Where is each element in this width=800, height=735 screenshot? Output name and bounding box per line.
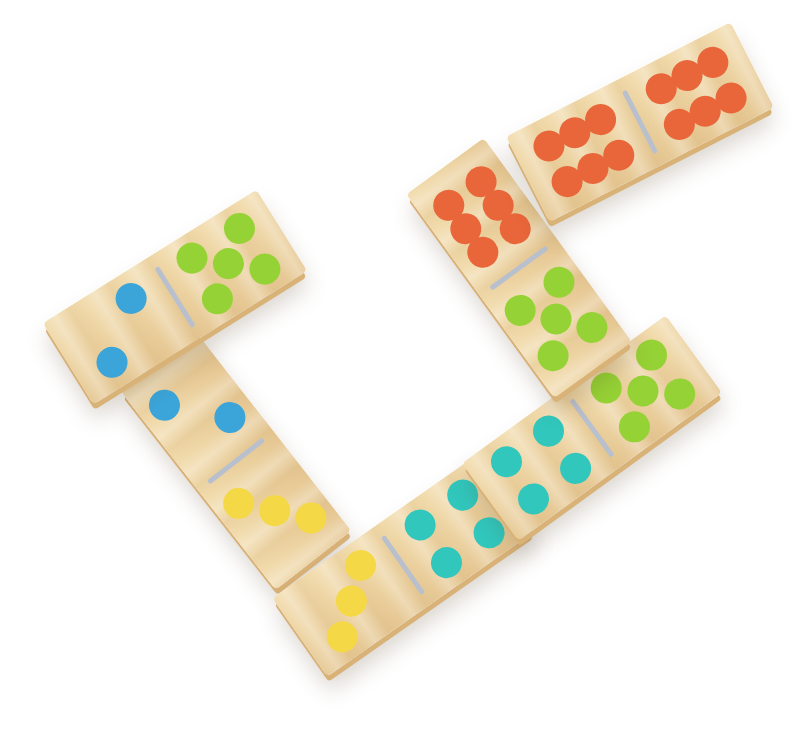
blue-pip: [91, 341, 134, 384]
green-pip: [570, 306, 613, 349]
blue-pip: [143, 383, 187, 427]
green-pip: [658, 372, 701, 415]
teal-pip: [425, 541, 468, 584]
blue-pip: [110, 277, 153, 320]
green-pip: [585, 366, 628, 409]
yellow-pip: [289, 496, 333, 540]
green-pip: [621, 369, 664, 412]
yellow-pip: [339, 544, 382, 587]
green-pip: [207, 242, 250, 285]
blue-pip: [208, 396, 252, 440]
dominoes-table: [0, 0, 800, 735]
green-pip: [630, 334, 673, 377]
green-pip: [499, 289, 542, 332]
yellow-pip: [321, 615, 364, 658]
green-pip: [613, 405, 656, 448]
green-pip: [537, 261, 580, 304]
domino-6-6[interactable]: [506, 22, 774, 222]
green-pip: [243, 248, 286, 291]
green-pip: [218, 207, 261, 250]
yellow-pip: [253, 489, 297, 533]
green-pip: [171, 237, 214, 280]
teal-pip: [512, 478, 555, 521]
teal-pip: [554, 446, 597, 489]
teal-pip: [398, 504, 441, 547]
yellow-pip: [330, 580, 373, 623]
teal-pip: [484, 440, 527, 483]
green-pip: [196, 277, 239, 320]
green-pip: [531, 334, 574, 377]
yellow-pip: [217, 482, 261, 526]
teal-pip: [527, 409, 570, 452]
green-pip: [534, 297, 577, 340]
domino-2-3[interactable]: [121, 332, 352, 590]
